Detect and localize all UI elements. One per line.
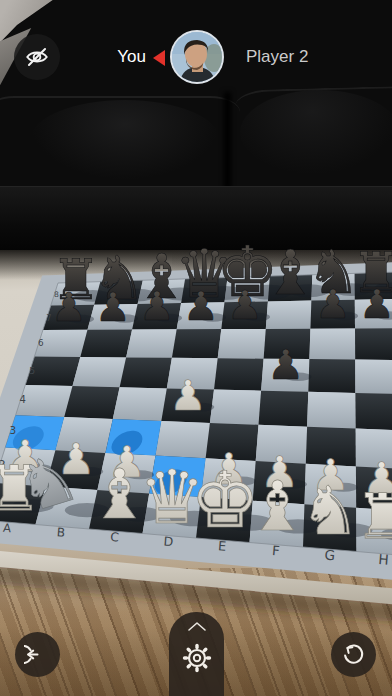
- square-b5[interactable]: [73, 357, 127, 387]
- square-d6[interactable]: [172, 329, 221, 358]
- piece-white-pawn-d4[interactable]: ♟: [169, 371, 206, 420]
- piece-white-rook-h1[interactable]: ♜: [355, 480, 392, 553]
- file-label-B: B: [56, 525, 65, 540]
- rank-label-5: 5: [29, 365, 35, 376]
- square-h6[interactable]: [355, 328, 392, 360]
- square-g5[interactable]: [308, 359, 355, 393]
- undo-button[interactable]: [15, 632, 60, 677]
- eye-off-icon: [24, 44, 50, 70]
- square-g6[interactable]: [309, 328, 355, 359]
- piece-black-pawn-g7[interactable]: ♟: [315, 281, 351, 327]
- rank-label-4: 4: [20, 394, 26, 405]
- player-you-label: You: [98, 47, 146, 67]
- gear-icon: [180, 641, 214, 675]
- square-h4[interactable]: [355, 393, 392, 431]
- square-c6[interactable]: [126, 329, 177, 358]
- chevron-up-icon: [184, 619, 210, 633]
- ar-chess-screen: 12345678ABCDEFGH♜♞♝♛♚♝♞♜♟♟♟♟♟♟♟♟♟♟♟♟♟♟♟♟…: [0, 0, 392, 696]
- avatar[interactable]: [170, 30, 224, 84]
- hide-pieces-button[interactable]: [14, 34, 60, 80]
- piece-black-pawn-f5[interactable]: ♟: [267, 341, 304, 389]
- square-b4[interactable]: [64, 386, 119, 419]
- square-e6[interactable]: [218, 329, 266, 359]
- square-c5[interactable]: [120, 357, 172, 388]
- square-e4[interactable]: [210, 390, 261, 425]
- redo-button[interactable]: [331, 632, 376, 677]
- square-h5[interactable]: [355, 360, 392, 395]
- piece-black-pawn-a7[interactable]: ♟: [51, 284, 87, 330]
- square-c4[interactable]: [113, 387, 167, 421]
- piece-black-pawn-h7[interactable]: ♟: [359, 281, 392, 327]
- piece-black-pawn-e7[interactable]: ♟: [227, 282, 263, 328]
- avatar-photo: [172, 32, 222, 82]
- turn-indicator-triangle: [153, 50, 165, 66]
- square-d3[interactable]: [156, 421, 210, 458]
- undo-arrow-icon: [24, 641, 51, 668]
- square-b6[interactable]: [80, 330, 132, 358]
- file-label-H: H: [378, 551, 390, 568]
- settings-panel-handle[interactable]: [169, 612, 224, 696]
- square-f4[interactable]: [259, 391, 309, 427]
- piece-black-pawn-c7[interactable]: ♟: [139, 283, 175, 329]
- chess-board[interactable]: 12345678ABCDEFGH♜♞♝♛♚♝♞♜♟♟♟♟♟♟♟♟♟♟♟♟♟♟♟♟…: [0, 0, 392, 696]
- square-e5[interactable]: [214, 358, 264, 390]
- rotate-ccw-icon: [340, 641, 367, 668]
- player-opponent-label: Player 2: [246, 47, 308, 67]
- square-g4[interactable]: [307, 392, 356, 429]
- piece-black-pawn-b7[interactable]: ♟: [95, 284, 131, 330]
- piece-black-pawn-d7[interactable]: ♟: [183, 283, 219, 329]
- piece-white-knight-g1[interactable]: ♞: [300, 472, 360, 550]
- rank-label-6: 6: [38, 338, 44, 348]
